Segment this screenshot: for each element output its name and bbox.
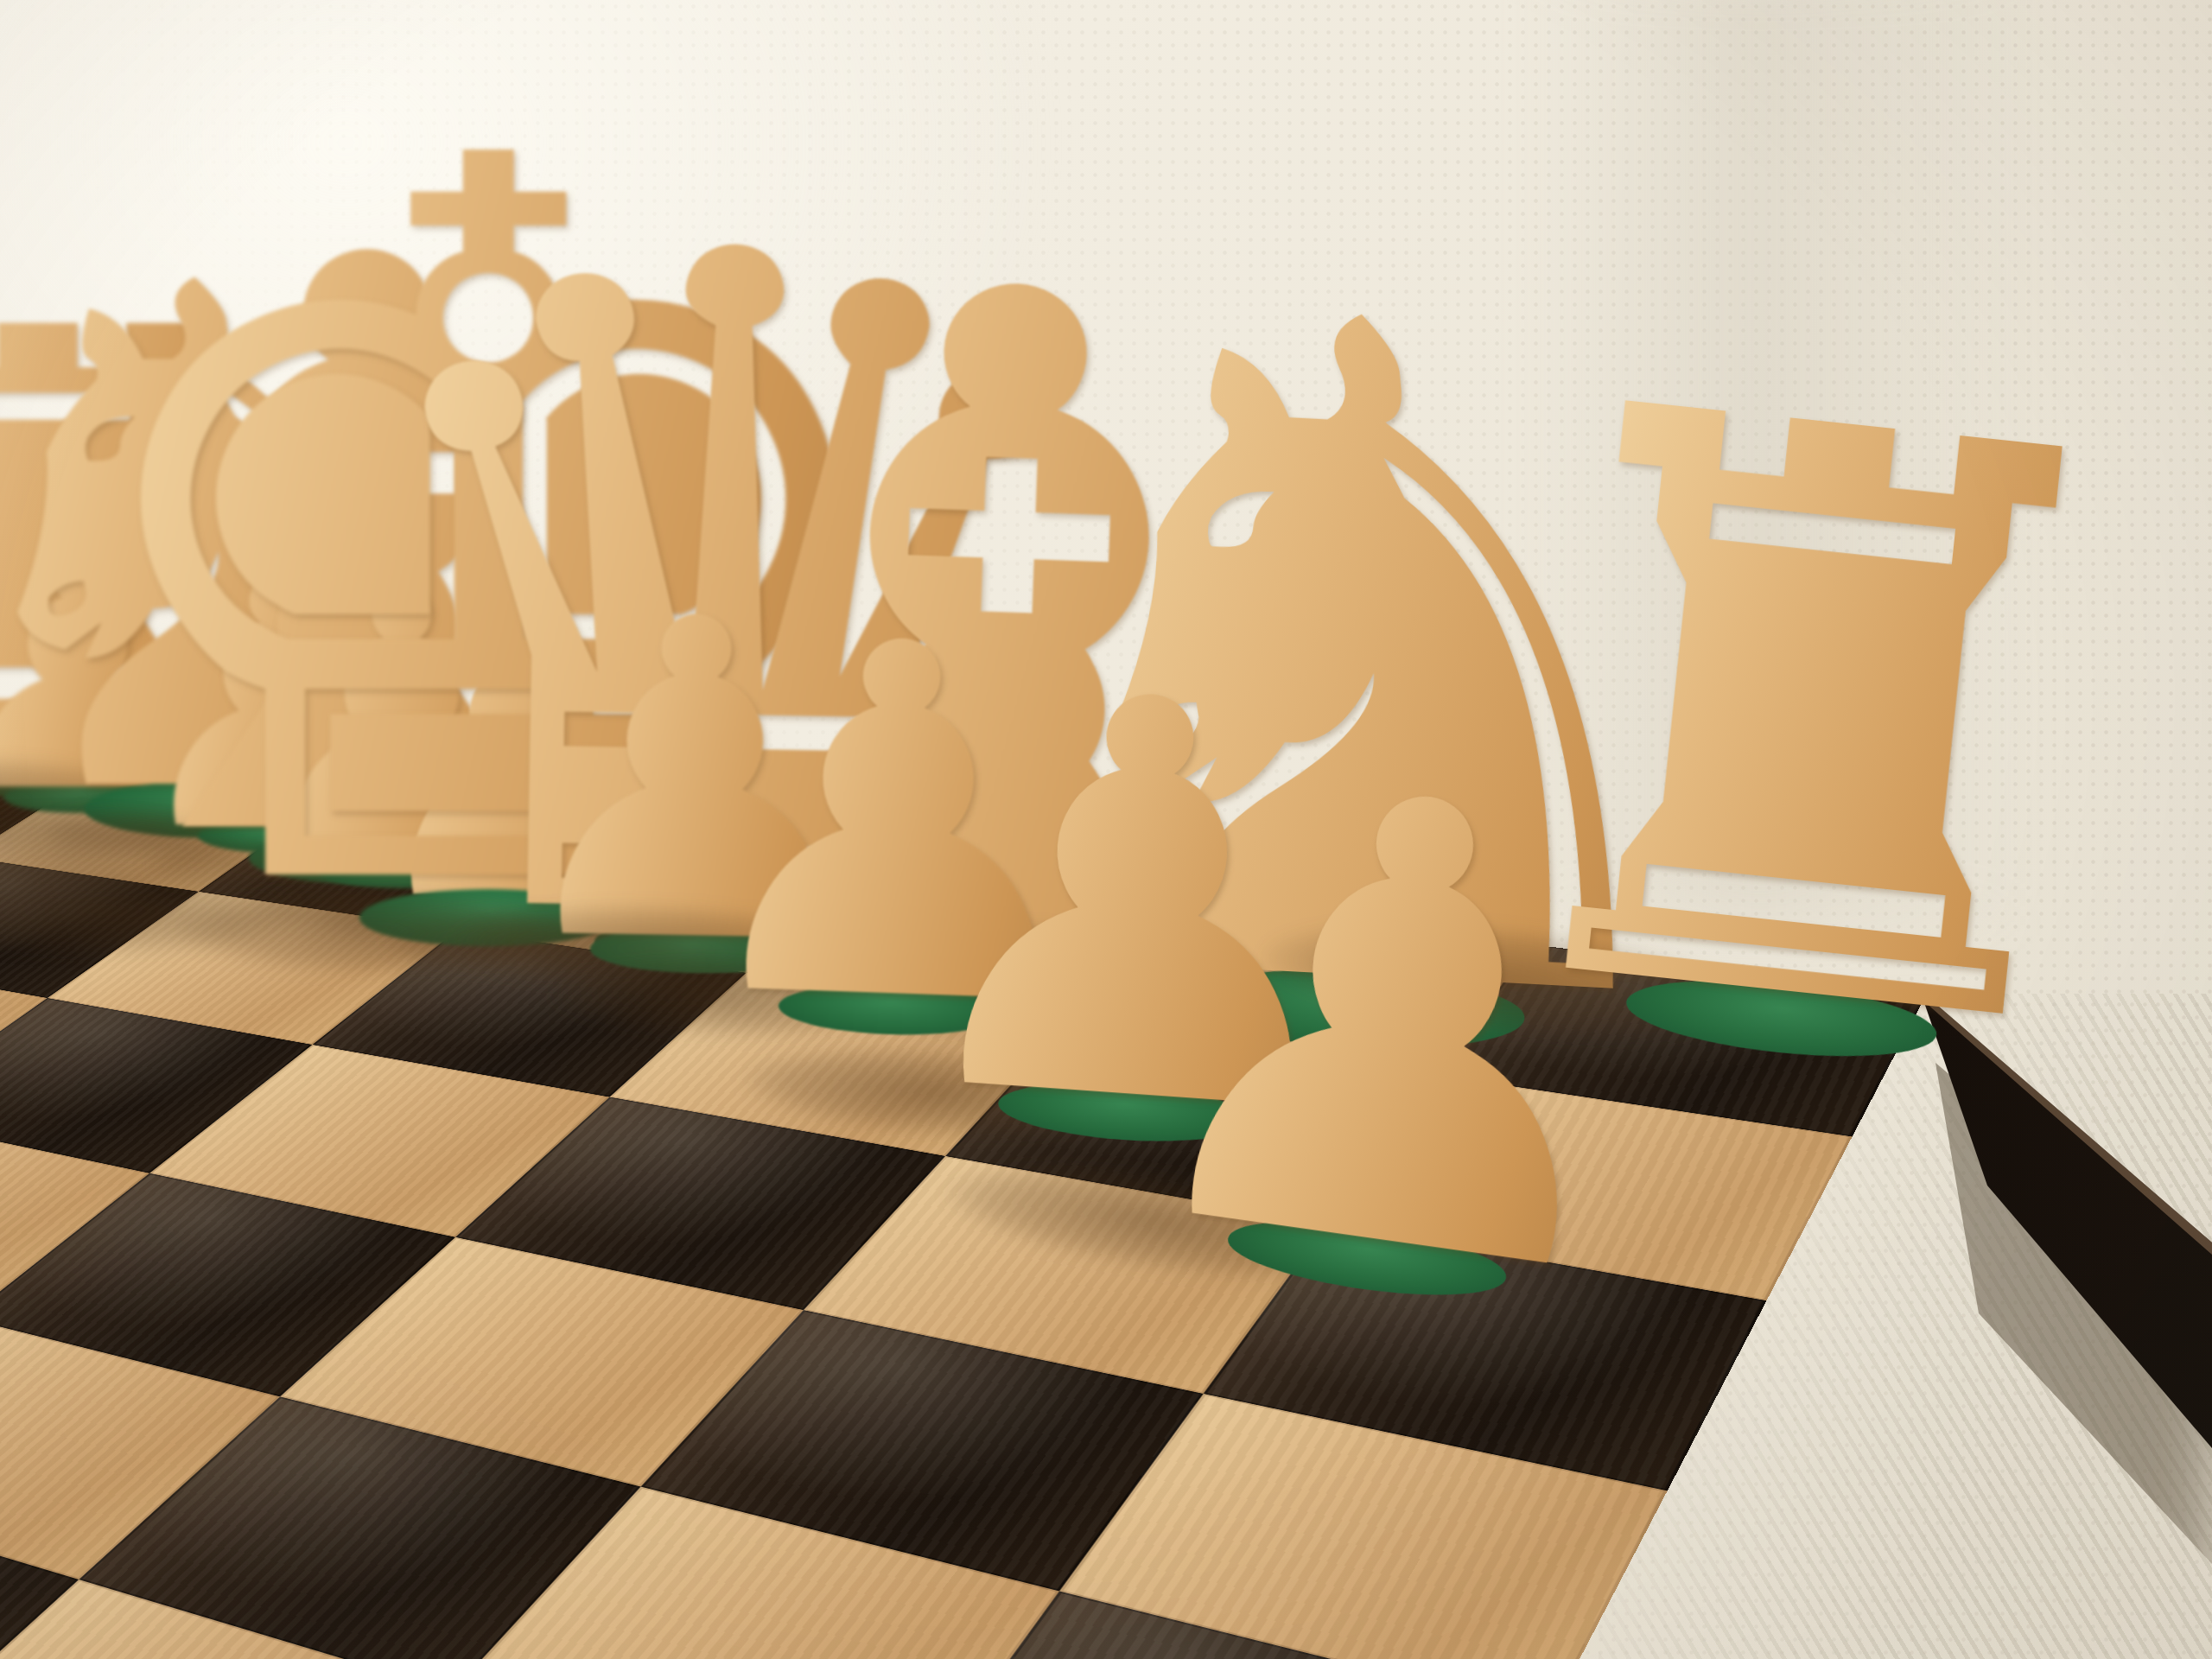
chess-photo-scene: ♜♞♝♛♚♝♞♜♟♟♟♟♟♟♟♟ bbox=[0, 0, 2212, 1659]
pieces-layer: ♜♞♝♛♚♝♞♜♟♟♟♟♟♟♟♟ bbox=[0, 0, 2212, 1659]
piece-glyph: ♟ bbox=[1095, 749, 1704, 1308]
